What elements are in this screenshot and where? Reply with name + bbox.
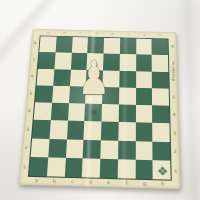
square-f5[interactable] [119, 87, 136, 105]
rank-label: 2 [171, 142, 180, 161]
square-c1[interactable] [64, 158, 83, 178]
square-f7[interactable] [119, 54, 135, 71]
square-g4[interactable] [135, 105, 152, 123]
square-h5[interactable] [152, 88, 169, 106]
square-a1[interactable] [29, 157, 48, 177]
rank-label: 1 [171, 161, 180, 181]
square-f2[interactable] [118, 140, 136, 159]
rank-label: 4 [170, 106, 179, 124]
rank-label: 5 [170, 88, 178, 106]
rank-label: 8 [169, 39, 177, 55]
square-a3[interactable] [32, 120, 50, 139]
rank-label: 3 [170, 124, 179, 143]
scene: abcdefgh abcdefgh 87654321 87654321 ❖ ♕c… [0, 0, 200, 200]
file-label: d [88, 30, 104, 37]
square-a8[interactable] [39, 36, 56, 52]
square-b4[interactable] [51, 103, 69, 121]
square-g6[interactable] [136, 71, 153, 88]
square-c3[interactable] [66, 121, 84, 140]
square-h2[interactable] [153, 141, 171, 160]
square-d1[interactable] [82, 158, 100, 178]
square-b2[interactable] [48, 139, 66, 158]
square-g3[interactable] [135, 123, 152, 142]
file-label: h [154, 180, 172, 189]
file-label: b [45, 177, 64, 186]
four-diamond-emblem-icon: ❖ [157, 165, 169, 177]
square-a5[interactable] [35, 85, 53, 103]
square-b7[interactable] [54, 53, 71, 70]
square-b3[interactable] [49, 120, 67, 139]
square-e4[interactable] [101, 104, 118, 122]
square-g1[interactable] [135, 159, 153, 179]
file-label: g [136, 31, 152, 38]
square-g5[interactable] [136, 88, 153, 106]
rank-label: 8 [31, 35, 40, 51]
file-label: f [118, 179, 136, 188]
square-f6[interactable] [119, 70, 136, 87]
square-g8[interactable] [136, 39, 152, 55]
square-h8[interactable] [152, 39, 168, 55]
file-label: a [40, 29, 57, 36]
square-f4[interactable] [118, 104, 135, 122]
square-d3[interactable] [84, 121, 102, 140]
square-b8[interactable] [55, 37, 72, 53]
square-a7[interactable] [38, 52, 55, 69]
square-c2[interactable] [65, 139, 83, 158]
square-a4[interactable] [34, 102, 52, 120]
rank-label: 1 [19, 157, 29, 177]
square-f8[interactable] [120, 38, 136, 54]
file-label: e [104, 31, 120, 38]
square-c4[interactable] [68, 103, 86, 121]
square-e3[interactable] [101, 122, 119, 141]
rank-label: 5 [26, 85, 35, 103]
file-label: d [81, 178, 99, 187]
white-pawn[interactable]: ♟ [74, 55, 114, 102]
square-h6[interactable] [152, 71, 169, 88]
rank-label: 3 [23, 120, 33, 139]
square-e1[interactable] [100, 159, 118, 179]
file-label: b [56, 29, 72, 36]
square-f3[interactable] [118, 122, 135, 141]
square-e2[interactable] [100, 140, 118, 159]
square-d2[interactable] [83, 139, 101, 158]
square-b1[interactable] [47, 157, 66, 177]
square-h7[interactable] [152, 55, 168, 72]
file-label: c [72, 30, 88, 37]
rank-label: 2 [21, 138, 31, 157]
rank-label: 6 [28, 68, 37, 85]
file-label: a [27, 177, 46, 186]
brand-text: chess [171, 66, 176, 78]
file-label: c [63, 178, 81, 187]
square-g7[interactable] [136, 55, 152, 72]
rank-label: 4 [25, 102, 35, 120]
file-label: f [120, 31, 136, 38]
file-label: e [99, 179, 117, 188]
square-a6[interactable] [37, 68, 55, 85]
square-f1[interactable] [117, 159, 135, 179]
rank-label: 7 [29, 51, 38, 68]
square-d4[interactable] [84, 104, 102, 122]
square-h3[interactable] [152, 123, 169, 142]
square-g2[interactable] [135, 141, 152, 160]
brand-marking: ♕chess [171, 62, 176, 78]
square-a2[interactable] [31, 138, 50, 157]
piece-shadow [87, 108, 99, 117]
file-label: h [152, 32, 168, 39]
square-h4[interactable] [152, 105, 169, 123]
square-b6[interactable] [53, 69, 70, 86]
square-b5[interactable] [52, 86, 70, 104]
file-label: g [136, 180, 154, 189]
